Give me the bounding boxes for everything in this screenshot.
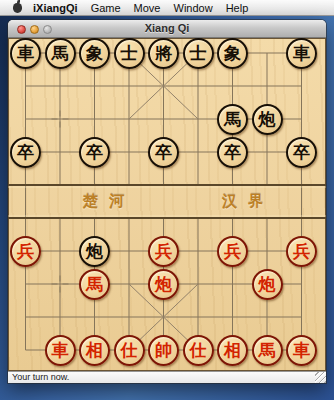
title-bar[interactable]: Xiang Qi — [8, 20, 326, 38]
apple-logo-icon[interactable] — [13, 3, 22, 13]
piece-black-chariot[interactable]: 車 — [10, 38, 41, 69]
piece-red-chariot[interactable]: 車 — [45, 335, 76, 366]
piece-red-soldier[interactable]: 兵 — [217, 236, 248, 267]
window-title: Xiang Qi — [8, 22, 326, 34]
piece-red-elephant[interactable]: 相 — [217, 335, 248, 366]
piece-black-horse[interactable]: 馬 — [217, 104, 248, 135]
piece-red-soldier[interactable]: 兵 — [148, 236, 179, 267]
board-grid — [8, 38, 326, 371]
menu-window[interactable]: Window — [174, 2, 213, 14]
piece-red-elephant[interactable]: 相 — [79, 335, 110, 366]
piece-black-soldier[interactable]: 卒 — [148, 137, 179, 168]
piece-black-advisor[interactable]: 士 — [183, 38, 214, 69]
resize-grip-icon[interactable] — [315, 372, 326, 383]
piece-red-advisor[interactable]: 仕 — [183, 335, 214, 366]
app-window: Xiang Qi 楚 河 汉 界 車馬象士將士象車馬炮卒卒卒卒卒炮兵兵兵兵馬炮炮… — [8, 20, 326, 383]
piece-black-soldier[interactable]: 卒 — [10, 137, 41, 168]
piece-red-general[interactable]: 帥 — [148, 335, 179, 366]
river-text-right: 汉 界 — [222, 192, 266, 211]
piece-red-cannon[interactable]: 炮 — [252, 269, 283, 300]
piece-black-cannon[interactable]: 炮 — [252, 104, 283, 135]
status-text: Your turn now. — [12, 372, 69, 382]
piece-black-cannon[interactable]: 炮 — [79, 236, 110, 267]
piece-red-horse[interactable]: 馬 — [252, 335, 283, 366]
piece-black-soldier[interactable]: 卒 — [286, 137, 317, 168]
piece-black-general[interactable]: 將 — [148, 38, 179, 69]
piece-red-cannon[interactable]: 炮 — [148, 269, 179, 300]
piece-red-chariot[interactable]: 車 — [286, 335, 317, 366]
piece-black-horse[interactable]: 馬 — [45, 38, 76, 69]
piece-black-soldier[interactable]: 卒 — [79, 137, 110, 168]
menu-move[interactable]: Move — [134, 2, 161, 14]
piece-red-soldier[interactable]: 兵 — [286, 236, 317, 267]
piece-black-chariot[interactable]: 車 — [286, 38, 317, 69]
status-bar: Your turn now. — [8, 371, 326, 383]
river-text-left: 楚 河 — [83, 192, 127, 211]
menu-items: iXiangQiGameMoveWindowHelp — [22, 2, 248, 14]
menu-bar: iXiangQiGameMoveWindowHelp — [0, 0, 334, 16]
piece-red-advisor[interactable]: 仕 — [114, 335, 145, 366]
menu-ixiangqi[interactable]: iXiangQi — [33, 2, 78, 14]
piece-black-elephant[interactable]: 象 — [79, 38, 110, 69]
piece-red-soldier[interactable]: 兵 — [10, 236, 41, 267]
xiangqi-board[interactable]: 楚 河 汉 界 車馬象士將士象車馬炮卒卒卒卒卒炮兵兵兵兵馬炮炮車相仕帥仕相馬車 — [8, 38, 326, 371]
piece-black-advisor[interactable]: 士 — [114, 38, 145, 69]
piece-black-elephant[interactable]: 象 — [217, 38, 248, 69]
menu-game[interactable]: Game — [91, 2, 121, 14]
piece-black-soldier[interactable]: 卒 — [217, 137, 248, 168]
piece-red-horse[interactable]: 馬 — [79, 269, 110, 300]
menu-help[interactable]: Help — [226, 2, 249, 14]
